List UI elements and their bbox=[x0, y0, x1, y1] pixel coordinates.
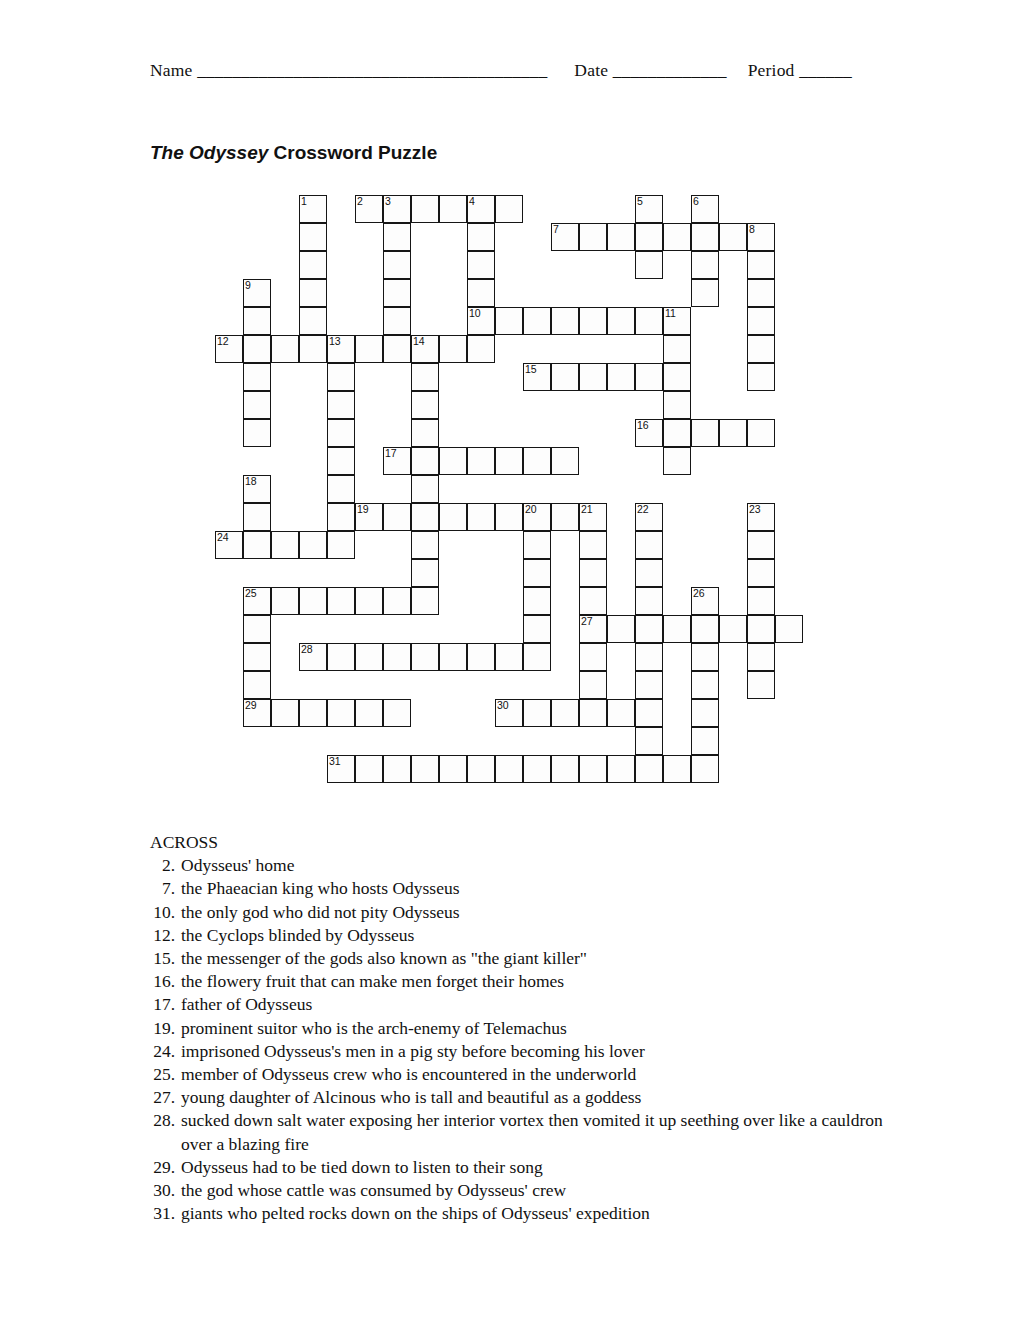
grid-cell[interactable] bbox=[411, 363, 439, 391]
grid-cell[interactable] bbox=[551, 699, 579, 727]
grid-cell[interactable]: 3 bbox=[383, 195, 411, 223]
header-fill-in-line: Name ___________________________________… bbox=[150, 60, 865, 81]
grid-cell[interactable] bbox=[355, 587, 383, 615]
grid-cell[interactable] bbox=[523, 447, 551, 475]
cell-number: 7 bbox=[553, 224, 559, 235]
grid-cell[interactable] bbox=[523, 615, 551, 643]
grid-cell[interactable] bbox=[495, 447, 523, 475]
grid-cell[interactable] bbox=[411, 391, 439, 419]
void-cell bbox=[579, 447, 607, 475]
void-cell bbox=[271, 755, 299, 783]
void-cell bbox=[383, 671, 411, 699]
void-cell bbox=[243, 251, 271, 279]
grid-cell[interactable] bbox=[439, 447, 467, 475]
grid-cell[interactable] bbox=[635, 251, 663, 279]
void-cell bbox=[271, 391, 299, 419]
grid-cell[interactable] bbox=[271, 335, 299, 363]
clue-item: 19. prominent suitor who is the arch-ene… bbox=[150, 1017, 890, 1040]
grid-cell[interactable] bbox=[579, 559, 607, 587]
void-cell bbox=[355, 615, 383, 643]
void-cell bbox=[467, 363, 495, 391]
grid-cell[interactable] bbox=[327, 363, 355, 391]
void-cell bbox=[775, 503, 803, 531]
void-cell bbox=[215, 391, 243, 419]
grid-cell[interactable] bbox=[299, 335, 327, 363]
void-cell bbox=[775, 335, 803, 363]
grid-cell[interactable] bbox=[299, 223, 327, 251]
void-cell bbox=[551, 195, 579, 223]
void-cell bbox=[243, 727, 271, 755]
void-cell bbox=[775, 699, 803, 727]
grid-cell[interactable] bbox=[495, 755, 523, 783]
clue-text: young daughter of Alcinous who is tall a… bbox=[181, 1087, 641, 1107]
grid-cell[interactable] bbox=[355, 335, 383, 363]
void-cell bbox=[439, 699, 467, 727]
grid-cell[interactable]: 25 bbox=[243, 587, 271, 615]
grid-cell[interactable]: 8 bbox=[747, 223, 775, 251]
void-cell bbox=[775, 391, 803, 419]
grid-cell[interactable] bbox=[327, 475, 355, 503]
void-cell bbox=[271, 671, 299, 699]
grid-cell[interactable] bbox=[719, 615, 747, 643]
grid-cell[interactable] bbox=[551, 755, 579, 783]
grid-cell[interactable]: 23 bbox=[747, 503, 775, 531]
page-title: The Odyssey Crossword Puzzle bbox=[150, 142, 437, 164]
grid-cell[interactable] bbox=[411, 503, 439, 531]
grid-cell[interactable] bbox=[747, 643, 775, 671]
grid-cell[interactable] bbox=[243, 671, 271, 699]
grid-cell[interactable] bbox=[579, 223, 607, 251]
clue-number: 16. bbox=[150, 970, 175, 993]
grid-cell[interactable] bbox=[327, 419, 355, 447]
cell-number: 15 bbox=[525, 364, 537, 375]
grid-cell[interactable]: 21 bbox=[579, 503, 607, 531]
grid-cell[interactable]: 9 bbox=[243, 279, 271, 307]
grid-cell[interactable] bbox=[383, 699, 411, 727]
name-blank-line[interactable]: ________________________________________ bbox=[197, 60, 547, 80]
grid-cell[interactable] bbox=[663, 335, 691, 363]
void-cell bbox=[495, 587, 523, 615]
void-cell bbox=[775, 727, 803, 755]
grid-cell[interactable] bbox=[467, 755, 495, 783]
grid-cell[interactable]: 20 bbox=[523, 503, 551, 531]
grid-cell[interactable] bbox=[719, 223, 747, 251]
grid-cell[interactable] bbox=[747, 531, 775, 559]
grid-cell[interactable] bbox=[383, 335, 411, 363]
grid-cell[interactable] bbox=[635, 587, 663, 615]
grid-cell[interactable] bbox=[467, 251, 495, 279]
grid-cell[interactable] bbox=[635, 671, 663, 699]
grid-cell[interactable] bbox=[635, 615, 663, 643]
grid-cell[interactable]: 10 bbox=[467, 307, 495, 335]
void-cell bbox=[579, 727, 607, 755]
void-cell bbox=[439, 587, 467, 615]
clue-text: the god whose cattle was consumed by Ody… bbox=[181, 1180, 566, 1200]
void-cell bbox=[299, 475, 327, 503]
grid-cell[interactable] bbox=[607, 615, 635, 643]
void-cell bbox=[719, 251, 747, 279]
void-cell bbox=[439, 671, 467, 699]
clue-text: giants who pelted rocks down on the ship… bbox=[181, 1203, 650, 1223]
grid-cell[interactable] bbox=[579, 531, 607, 559]
grid-cell[interactable]: 31 bbox=[327, 755, 355, 783]
grid-cell[interactable] bbox=[663, 447, 691, 475]
grid-cell[interactable] bbox=[551, 363, 579, 391]
grid-cell[interactable] bbox=[243, 531, 271, 559]
void-cell bbox=[439, 223, 467, 251]
void-cell bbox=[579, 391, 607, 419]
grid-cell[interactable] bbox=[579, 307, 607, 335]
grid-cell[interactable] bbox=[747, 559, 775, 587]
void-cell bbox=[271, 615, 299, 643]
void-cell bbox=[747, 391, 775, 419]
void-cell bbox=[663, 671, 691, 699]
grid-cell[interactable]: 11 bbox=[663, 307, 691, 335]
void-cell bbox=[215, 195, 243, 223]
grid-cell[interactable] bbox=[747, 279, 775, 307]
grid-cell[interactable] bbox=[383, 307, 411, 335]
void-cell bbox=[747, 195, 775, 223]
void-cell bbox=[299, 363, 327, 391]
grid-cell[interactable] bbox=[691, 615, 719, 643]
period-blank-line[interactable]: ______ bbox=[799, 60, 852, 80]
void-cell bbox=[719, 587, 747, 615]
grid-cell[interactable] bbox=[523, 587, 551, 615]
grid-cell[interactable] bbox=[467, 503, 495, 531]
grid-cell[interactable] bbox=[747, 587, 775, 615]
grid-cell[interactable]: 22 bbox=[635, 503, 663, 531]
clue-number: 7. bbox=[150, 877, 175, 900]
grid-cell[interactable] bbox=[439, 643, 467, 671]
grid-cell[interactable] bbox=[299, 699, 327, 727]
grid-cell[interactable] bbox=[663, 223, 691, 251]
void-cell bbox=[551, 671, 579, 699]
grid-cell[interactable] bbox=[355, 643, 383, 671]
grid-cell[interactable] bbox=[579, 671, 607, 699]
grid-cell[interactable] bbox=[747, 251, 775, 279]
void-cell bbox=[775, 363, 803, 391]
grid-cell[interactable] bbox=[691, 251, 719, 279]
void-cell bbox=[439, 391, 467, 419]
grid-cell[interactable] bbox=[383, 587, 411, 615]
void-cell bbox=[607, 475, 635, 503]
grid-cell[interactable] bbox=[523, 755, 551, 783]
clue-text: father of Odysseus bbox=[181, 994, 312, 1014]
grid-cell[interactable] bbox=[327, 503, 355, 531]
void-cell bbox=[551, 615, 579, 643]
void-cell bbox=[523, 251, 551, 279]
grid-cell[interactable]: 18 bbox=[243, 475, 271, 503]
void-cell bbox=[299, 419, 327, 447]
grid-cell[interactable]: 17 bbox=[383, 447, 411, 475]
grid-cell[interactable] bbox=[691, 727, 719, 755]
grid-cell[interactable] bbox=[523, 559, 551, 587]
grid-cell[interactable] bbox=[243, 335, 271, 363]
void-cell bbox=[383, 391, 411, 419]
void-cell bbox=[719, 643, 747, 671]
grid-cell[interactable] bbox=[383, 755, 411, 783]
grid-cell[interactable]: 29 bbox=[243, 699, 271, 727]
clue-number: 27. bbox=[150, 1086, 175, 1109]
grid-cell[interactable]: 15 bbox=[523, 363, 551, 391]
grid-cell[interactable] bbox=[411, 587, 439, 615]
grid-cell[interactable] bbox=[523, 699, 551, 727]
void-cell bbox=[495, 391, 523, 419]
grid-cell[interactable] bbox=[383, 503, 411, 531]
void-cell bbox=[663, 503, 691, 531]
void-cell bbox=[719, 755, 747, 783]
grid-cell[interactable] bbox=[327, 391, 355, 419]
void-cell bbox=[523, 195, 551, 223]
void-cell bbox=[299, 447, 327, 475]
grid-cell[interactable]: 4 bbox=[467, 195, 495, 223]
grid-cell[interactable] bbox=[495, 195, 523, 223]
grid-cell[interactable] bbox=[579, 363, 607, 391]
void-cell bbox=[775, 559, 803, 587]
void-cell bbox=[663, 279, 691, 307]
void-cell bbox=[215, 251, 243, 279]
grid-cell[interactable] bbox=[607, 699, 635, 727]
grid-cell[interactable]: 26 bbox=[691, 587, 719, 615]
void-cell bbox=[299, 615, 327, 643]
grid-cell[interactable] bbox=[411, 755, 439, 783]
clue-item: 7. the Phaeacian king who hosts Odysseus bbox=[150, 877, 890, 900]
grid-cell[interactable] bbox=[243, 419, 271, 447]
grid-cell[interactable] bbox=[635, 643, 663, 671]
void-cell bbox=[719, 279, 747, 307]
grid-cell[interactable] bbox=[327, 699, 355, 727]
grid-cell[interactable]: 24 bbox=[215, 531, 243, 559]
grid-cell[interactable] bbox=[691, 671, 719, 699]
grid-cell[interactable] bbox=[607, 307, 635, 335]
grid-cell[interactable] bbox=[635, 363, 663, 391]
grid-cell[interactable] bbox=[411, 531, 439, 559]
grid-cell[interactable] bbox=[383, 223, 411, 251]
grid-cell[interactable] bbox=[579, 587, 607, 615]
grid-cell[interactable] bbox=[243, 363, 271, 391]
grid-cell[interactable] bbox=[327, 447, 355, 475]
grid-cell[interactable] bbox=[607, 363, 635, 391]
grid-cell[interactable] bbox=[327, 587, 355, 615]
cell-number: 28 bbox=[301, 644, 313, 655]
grid-cell[interactable] bbox=[747, 335, 775, 363]
void-cell bbox=[383, 559, 411, 587]
grid-cell[interactable] bbox=[495, 643, 523, 671]
clue-text: the Phaeacian king who hosts Odysseus bbox=[181, 878, 460, 898]
grid-cell[interactable] bbox=[467, 335, 495, 363]
grid-cell[interactable] bbox=[663, 419, 691, 447]
grid-cell[interactable] bbox=[747, 307, 775, 335]
void-cell bbox=[691, 559, 719, 587]
clue-text: Odysseus had to be tied down to listen t… bbox=[181, 1157, 543, 1177]
clue-text: imprisoned Odysseus's men in a pig sty b… bbox=[181, 1041, 645, 1061]
void-cell bbox=[495, 475, 523, 503]
grid-cell[interactable] bbox=[411, 559, 439, 587]
grid-cell[interactable] bbox=[327, 531, 355, 559]
grid-cell[interactable] bbox=[635, 699, 663, 727]
grid-cell[interactable] bbox=[663, 391, 691, 419]
grid-cell[interactable]: 19 bbox=[355, 503, 383, 531]
void-cell bbox=[663, 475, 691, 503]
grid-cell[interactable]: 5 bbox=[635, 195, 663, 223]
grid-cell[interactable]: 28 bbox=[299, 643, 327, 671]
grid-cell[interactable] bbox=[663, 755, 691, 783]
void-cell bbox=[215, 587, 243, 615]
grid-cell[interactable] bbox=[439, 755, 467, 783]
void-cell bbox=[607, 587, 635, 615]
grid-cell[interactable] bbox=[439, 195, 467, 223]
grid-cell[interactable]: 1 bbox=[299, 195, 327, 223]
grid-cell[interactable]: 13 bbox=[327, 335, 355, 363]
void-cell bbox=[411, 699, 439, 727]
grid-cell[interactable] bbox=[355, 699, 383, 727]
grid-cell[interactable] bbox=[355, 755, 383, 783]
grid-cell[interactable] bbox=[271, 531, 299, 559]
cell-number: 12 bbox=[217, 336, 229, 347]
void-cell bbox=[439, 531, 467, 559]
grid-cell[interactable] bbox=[383, 279, 411, 307]
grid-cell[interactable] bbox=[691, 223, 719, 251]
void-cell bbox=[775, 531, 803, 559]
grid-cell[interactable] bbox=[747, 419, 775, 447]
grid-cell[interactable] bbox=[663, 363, 691, 391]
void-cell bbox=[523, 475, 551, 503]
void-cell bbox=[775, 447, 803, 475]
cell-number: 9 bbox=[245, 280, 251, 291]
grid-cell[interactable] bbox=[635, 531, 663, 559]
grid-cell[interactable] bbox=[411, 195, 439, 223]
grid-cell[interactable] bbox=[327, 643, 355, 671]
clue-number: 15. bbox=[150, 947, 175, 970]
clue-number: 17. bbox=[150, 993, 175, 1016]
grid-cell[interactable] bbox=[747, 615, 775, 643]
grid-cell[interactable] bbox=[243, 307, 271, 335]
grid-cell[interactable] bbox=[691, 419, 719, 447]
cell-number: 27 bbox=[581, 616, 593, 627]
void-cell bbox=[719, 671, 747, 699]
grid-cell[interactable] bbox=[299, 251, 327, 279]
grid-cell[interactable] bbox=[495, 307, 523, 335]
void-cell bbox=[383, 615, 411, 643]
grid-cell[interactable] bbox=[495, 503, 523, 531]
grid-cell[interactable] bbox=[635, 755, 663, 783]
clue-text: sucked down salt water exposing her inte… bbox=[181, 1110, 883, 1153]
grid-cell[interactable] bbox=[523, 643, 551, 671]
void-cell bbox=[663, 643, 691, 671]
void-cell bbox=[411, 307, 439, 335]
grid-cell[interactable] bbox=[747, 363, 775, 391]
grid-cell[interactable] bbox=[551, 307, 579, 335]
grid-cell[interactable] bbox=[271, 587, 299, 615]
grid-cell[interactable]: 2 bbox=[355, 195, 383, 223]
grid-cell[interactable] bbox=[635, 223, 663, 251]
grid-cell[interactable] bbox=[439, 335, 467, 363]
grid-cell[interactable] bbox=[579, 643, 607, 671]
void-cell bbox=[299, 755, 327, 783]
grid-cell[interactable] bbox=[747, 671, 775, 699]
grid-cell[interactable] bbox=[383, 643, 411, 671]
void-cell bbox=[607, 195, 635, 223]
clue-item: 16. the flowery fruit that can make men … bbox=[150, 970, 890, 993]
grid-cell[interactable] bbox=[691, 279, 719, 307]
grid-cell[interactable] bbox=[243, 503, 271, 531]
grid-cell[interactable]: 16 bbox=[635, 419, 663, 447]
grid-cell[interactable] bbox=[271, 699, 299, 727]
grid-cell[interactable] bbox=[467, 279, 495, 307]
grid-cell[interactable] bbox=[411, 643, 439, 671]
cell-number: 20 bbox=[525, 504, 537, 515]
grid-cell[interactable] bbox=[607, 755, 635, 783]
grid-cell[interactable]: 7 bbox=[551, 223, 579, 251]
grid-cell[interactable] bbox=[691, 755, 719, 783]
grid-cell[interactable] bbox=[299, 531, 327, 559]
grid-cell[interactable] bbox=[775, 615, 803, 643]
grid-cell[interactable] bbox=[467, 447, 495, 475]
grid-cell[interactable] bbox=[635, 727, 663, 755]
grid-cell[interactable]: 6 bbox=[691, 195, 719, 223]
grid-cell[interactable] bbox=[523, 307, 551, 335]
grid-cell[interactable] bbox=[691, 699, 719, 727]
grid-cell[interactable] bbox=[663, 615, 691, 643]
void-cell bbox=[775, 419, 803, 447]
grid-cell[interactable] bbox=[299, 307, 327, 335]
grid-cell[interactable] bbox=[299, 587, 327, 615]
grid-cell[interactable]: 27 bbox=[579, 615, 607, 643]
grid-cell[interactable]: 30 bbox=[495, 699, 523, 727]
grid-cell[interactable]: 12 bbox=[215, 335, 243, 363]
grid-cell[interactable] bbox=[635, 559, 663, 587]
clue-number: 2. bbox=[150, 854, 175, 877]
grid-cell[interactable]: 14 bbox=[411, 335, 439, 363]
grid-cell[interactable] bbox=[299, 279, 327, 307]
void-cell bbox=[663, 699, 691, 727]
void-cell bbox=[551, 251, 579, 279]
grid-cell[interactable] bbox=[467, 223, 495, 251]
void-cell bbox=[271, 195, 299, 223]
void-cell bbox=[243, 447, 271, 475]
grid-cell[interactable] bbox=[635, 307, 663, 335]
date-blank-line[interactable]: _____________ bbox=[613, 60, 727, 80]
void-cell bbox=[719, 391, 747, 419]
grid-cell[interactable] bbox=[691, 643, 719, 671]
grid-cell[interactable] bbox=[551, 447, 579, 475]
grid-cell[interactable] bbox=[579, 699, 607, 727]
grid-cell[interactable] bbox=[411, 475, 439, 503]
grid-cell[interactable] bbox=[243, 391, 271, 419]
grid-cell[interactable] bbox=[383, 251, 411, 279]
grid-cell[interactable] bbox=[243, 615, 271, 643]
void-cell bbox=[635, 447, 663, 475]
grid-cell[interactable] bbox=[411, 447, 439, 475]
grid-cell[interactable] bbox=[243, 643, 271, 671]
grid-cell[interactable] bbox=[551, 503, 579, 531]
void-cell bbox=[551, 335, 579, 363]
grid-cell[interactable] bbox=[411, 419, 439, 447]
void-cell bbox=[579, 335, 607, 363]
void-cell bbox=[495, 671, 523, 699]
grid-cell[interactable] bbox=[467, 643, 495, 671]
grid-cell[interactable] bbox=[523, 531, 551, 559]
grid-cell[interactable] bbox=[439, 503, 467, 531]
grid-cell[interactable] bbox=[719, 419, 747, 447]
void-cell bbox=[551, 727, 579, 755]
grid-cell[interactable] bbox=[579, 755, 607, 783]
void-cell bbox=[271, 503, 299, 531]
void-cell bbox=[775, 671, 803, 699]
void-cell bbox=[495, 223, 523, 251]
grid-cell[interactable] bbox=[607, 223, 635, 251]
void-cell bbox=[355, 223, 383, 251]
